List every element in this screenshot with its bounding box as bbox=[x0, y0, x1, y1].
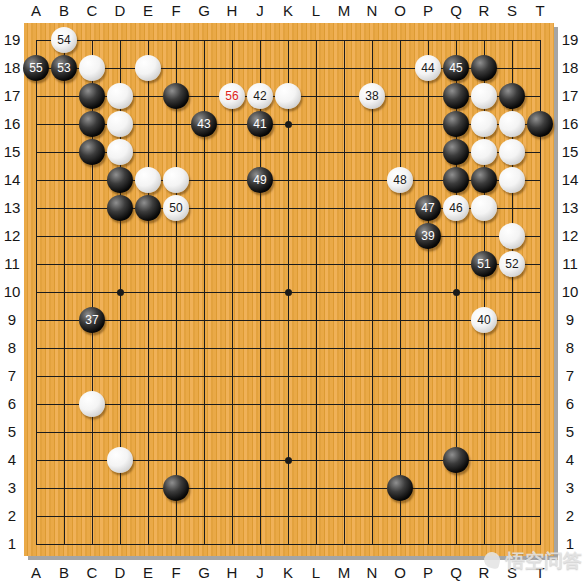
row-label-right-14: 14 bbox=[557, 169, 583, 191]
row-label-right-3: 3 bbox=[557, 477, 583, 499]
col-label-top-G: G bbox=[192, 0, 216, 22]
stone-black-G16[interactable]: 43 bbox=[191, 111, 217, 137]
row-label-right-5: 5 bbox=[557, 421, 583, 443]
stone-white-N17[interactable]: 38 bbox=[359, 83, 385, 109]
col-label-bottom-P: P bbox=[416, 562, 440, 584]
stone-black-C16[interactable] bbox=[79, 111, 105, 137]
col-label-bottom-E: E bbox=[136, 562, 160, 584]
stone-black-Q16[interactable] bbox=[443, 111, 469, 137]
stone-white-S11[interactable]: 52 bbox=[499, 251, 525, 277]
row-label-right-19: 19 bbox=[557, 29, 583, 51]
row-label-left-2: 2 bbox=[0, 505, 25, 527]
row-label-left-18: 18 bbox=[0, 57, 25, 79]
row-label-right-8: 8 bbox=[557, 337, 583, 359]
col-label-top-K: K bbox=[276, 0, 300, 22]
stone-white-R9[interactable]: 40 bbox=[471, 307, 497, 333]
stone-white-S14[interactable] bbox=[499, 167, 525, 193]
stone-black-C15[interactable] bbox=[79, 139, 105, 165]
row-label-right-6: 6 bbox=[557, 393, 583, 415]
row-label-right-2: 2 bbox=[557, 505, 583, 527]
stone-black-Q15[interactable] bbox=[443, 139, 469, 165]
stone-black-A18[interactable]: 55 bbox=[23, 55, 49, 81]
row-label-right-4: 4 bbox=[557, 449, 583, 471]
row-label-left-17: 17 bbox=[0, 85, 25, 107]
row-label-left-10: 10 bbox=[0, 281, 25, 303]
row-label-left-16: 16 bbox=[0, 113, 25, 135]
stone-white-R13[interactable] bbox=[471, 195, 497, 221]
row-label-right-16: 16 bbox=[557, 113, 583, 135]
row-label-left-19: 19 bbox=[0, 29, 25, 51]
stone-black-R14[interactable] bbox=[471, 167, 497, 193]
row-label-right-10: 10 bbox=[557, 281, 583, 303]
stone-white-B19[interactable]: 54 bbox=[51, 27, 77, 53]
row-label-left-15: 15 bbox=[0, 141, 25, 163]
row-label-left-9: 9 bbox=[0, 309, 25, 331]
row-label-left-13: 13 bbox=[0, 197, 25, 219]
col-label-bottom-B: B bbox=[52, 562, 76, 584]
stone-white-R16[interactable] bbox=[471, 111, 497, 137]
col-label-bottom-L: L bbox=[304, 562, 328, 584]
col-label-bottom-G: G bbox=[192, 562, 216, 584]
col-label-top-P: P bbox=[416, 0, 440, 22]
col-label-bottom-A: A bbox=[24, 562, 48, 584]
col-label-top-M: M bbox=[332, 0, 356, 22]
stone-black-R11[interactable]: 51 bbox=[471, 251, 497, 277]
col-label-bottom-Q: Q bbox=[444, 562, 468, 584]
stone-black-E13[interactable] bbox=[135, 195, 161, 221]
stone-white-R17[interactable] bbox=[471, 83, 497, 109]
row-label-left-12: 12 bbox=[0, 225, 25, 247]
col-label-bottom-J: J bbox=[248, 562, 272, 584]
col-label-top-J: J bbox=[248, 0, 272, 22]
stone-black-D14[interactable] bbox=[107, 167, 133, 193]
col-label-top-E: E bbox=[136, 0, 160, 22]
star-point-K10 bbox=[285, 289, 292, 296]
col-label-top-D: D bbox=[108, 0, 132, 22]
stone-white-F13[interactable]: 50 bbox=[163, 195, 189, 221]
col-label-bottom-R: R bbox=[472, 562, 496, 584]
col-label-top-C: C bbox=[80, 0, 104, 22]
row-label-right-15: 15 bbox=[557, 141, 583, 163]
col-label-bottom-D: D bbox=[108, 562, 132, 584]
row-label-left-7: 7 bbox=[0, 365, 25, 387]
stone-white-R15[interactable] bbox=[471, 139, 497, 165]
row-label-right-11: 11 bbox=[557, 253, 583, 275]
row-label-right-12: 12 bbox=[557, 225, 583, 247]
col-label-bottom-F: F bbox=[164, 562, 188, 584]
row-label-left-3: 3 bbox=[0, 477, 25, 499]
col-label-bottom-O: O bbox=[388, 562, 412, 584]
col-label-top-B: B bbox=[52, 0, 76, 22]
stone-black-C9[interactable]: 37 bbox=[79, 307, 105, 333]
col-label-top-N: N bbox=[360, 0, 384, 22]
stone-white-C6[interactable] bbox=[79, 391, 105, 417]
col-label-top-A: A bbox=[24, 0, 48, 22]
col-label-top-O: O bbox=[388, 0, 412, 22]
row-label-left-1: 1 bbox=[0, 533, 25, 555]
stone-white-E14[interactable] bbox=[135, 167, 161, 193]
stone-black-P13[interactable]: 47 bbox=[415, 195, 441, 221]
stone-white-S16[interactable] bbox=[499, 111, 525, 137]
col-label-bottom-H: H bbox=[220, 562, 244, 584]
col-label-bottom-M: M bbox=[332, 562, 356, 584]
row-label-left-6: 6 bbox=[0, 393, 25, 415]
stone-white-S12[interactable] bbox=[499, 223, 525, 249]
row-label-right-7: 7 bbox=[557, 365, 583, 387]
stone-black-F17[interactable] bbox=[163, 83, 189, 109]
row-label-right-13: 13 bbox=[557, 197, 583, 219]
go-diagram-page: 5455534445564238434149485047463951523740… bbox=[0, 0, 584, 588]
stone-white-D17[interactable] bbox=[107, 83, 133, 109]
col-label-bottom-T: T bbox=[528, 562, 552, 584]
star-point-D10 bbox=[117, 289, 124, 296]
col-label-bottom-N: N bbox=[360, 562, 384, 584]
row-label-right-17: 17 bbox=[557, 85, 583, 107]
stone-white-D15[interactable] bbox=[107, 139, 133, 165]
stone-white-H17[interactable]: 56 bbox=[219, 83, 245, 109]
stone-black-Q17[interactable] bbox=[443, 83, 469, 109]
col-label-top-F: F bbox=[164, 0, 188, 22]
stone-white-J17[interactable]: 42 bbox=[247, 83, 273, 109]
stone-white-E18[interactable] bbox=[135, 55, 161, 81]
stone-black-R18[interactable] bbox=[471, 55, 497, 81]
row-label-left-11: 11 bbox=[0, 253, 25, 275]
stone-black-Q18[interactable]: 45 bbox=[443, 55, 469, 81]
col-label-bottom-K: K bbox=[276, 562, 300, 584]
stone-black-B18[interactable]: 53 bbox=[51, 55, 77, 81]
col-label-bottom-C: C bbox=[80, 562, 104, 584]
stone-white-K17[interactable] bbox=[275, 83, 301, 109]
stone-black-J16[interactable]: 41 bbox=[247, 111, 273, 137]
stone-white-F14[interactable] bbox=[163, 167, 189, 193]
stone-black-Q14[interactable] bbox=[443, 167, 469, 193]
row-label-left-4: 4 bbox=[0, 449, 25, 471]
stone-black-O3[interactable] bbox=[387, 475, 413, 501]
stone-white-D4[interactable] bbox=[107, 447, 133, 473]
row-label-right-1: 1 bbox=[557, 533, 583, 555]
row-label-left-5: 5 bbox=[0, 421, 25, 443]
stone-white-O14[interactable]: 48 bbox=[387, 167, 413, 193]
col-label-top-R: R bbox=[472, 0, 496, 22]
stone-black-D13[interactable] bbox=[107, 195, 133, 221]
stone-black-P12[interactable]: 39 bbox=[415, 223, 441, 249]
col-label-top-H: H bbox=[220, 0, 244, 22]
stone-black-S17[interactable] bbox=[499, 83, 525, 109]
row-label-left-8: 8 bbox=[0, 337, 25, 359]
star-point-K4 bbox=[285, 457, 292, 464]
stone-white-P18[interactable]: 44 bbox=[415, 55, 441, 81]
stone-white-S15[interactable] bbox=[499, 139, 525, 165]
stone-black-F3[interactable] bbox=[163, 475, 189, 501]
stone-white-D16[interactable] bbox=[107, 111, 133, 137]
row-label-left-14: 14 bbox=[0, 169, 25, 191]
row-label-right-18: 18 bbox=[557, 57, 583, 79]
stone-black-J14[interactable]: 49 bbox=[247, 167, 273, 193]
stone-white-Q13[interactable]: 46 bbox=[443, 195, 469, 221]
col-label-top-T: T bbox=[528, 0, 552, 22]
stone-white-C18[interactable] bbox=[79, 55, 105, 81]
col-label-top-Q: Q bbox=[444, 0, 468, 22]
row-label-right-9: 9 bbox=[557, 309, 583, 331]
star-point-Q10 bbox=[453, 289, 460, 296]
col-label-top-L: L bbox=[304, 0, 328, 22]
stone-black-Q4[interactable] bbox=[443, 447, 469, 473]
stone-black-T16[interactable] bbox=[527, 111, 553, 137]
col-label-top-S: S bbox=[500, 0, 524, 22]
stone-black-C17[interactable] bbox=[79, 83, 105, 109]
col-label-bottom-S: S bbox=[500, 562, 524, 584]
star-point-K16 bbox=[285, 121, 292, 128]
